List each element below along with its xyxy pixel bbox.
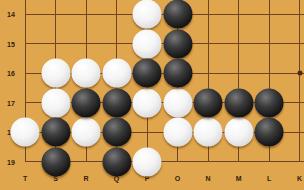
star-point: [297, 71, 302, 76]
stone-white-P17[interactable]: [133, 88, 162, 117]
col-label: T: [23, 175, 27, 182]
col-label: M: [236, 175, 242, 182]
stone-black-O15[interactable]: [163, 29, 192, 58]
stone-black-N17[interactable]: [194, 88, 223, 117]
stone-black-S18[interactable]: [41, 118, 70, 147]
col-label: K: [297, 175, 302, 182]
stone-white-T18[interactable]: [11, 118, 40, 147]
stone-black-M17[interactable]: [224, 88, 253, 117]
stone-black-O14[interactable]: [163, 0, 192, 29]
col-label: N: [206, 175, 211, 182]
row-label: 19: [7, 158, 15, 165]
stone-black-P16[interactable]: [133, 59, 162, 88]
row-label: 17: [7, 99, 15, 106]
stone-white-M18[interactable]: [224, 118, 253, 147]
stone-black-Q18[interactable]: [102, 118, 131, 147]
row-label: 14: [7, 11, 15, 18]
stone-white-R18[interactable]: [72, 118, 101, 147]
stone-black-R17[interactable]: [72, 88, 101, 117]
stone-white-R16[interactable]: [72, 59, 101, 88]
stone-white-S16[interactable]: [41, 59, 70, 88]
stone-white-N18[interactable]: [194, 118, 223, 147]
stone-white-Q16[interactable]: [102, 59, 131, 88]
go-board[interactable]: 141516171819TSRQPONMLK: [0, 0, 304, 190]
row-label: 16: [7, 70, 15, 77]
stone-black-L18[interactable]: [255, 118, 284, 147]
stone-black-L17[interactable]: [255, 88, 284, 117]
stone-black-O16[interactable]: [163, 59, 192, 88]
stone-white-S17[interactable]: [41, 88, 70, 117]
stone-black-Q19[interactable]: [102, 147, 131, 176]
row-label: 15: [7, 40, 15, 47]
stone-white-P14[interactable]: [133, 0, 162, 29]
col-label: L: [267, 175, 271, 182]
stone-white-P15[interactable]: [133, 29, 162, 58]
col-label: O: [175, 175, 180, 182]
stone-white-O17[interactable]: [163, 88, 192, 117]
stone-black-Q17[interactable]: [102, 88, 131, 117]
stone-white-P19[interactable]: [133, 147, 162, 176]
stone-white-O18[interactable]: [163, 118, 192, 147]
grid-line-v: [299, 0, 300, 162]
col-label: R: [84, 175, 89, 182]
stone-black-S19[interactable]: [41, 147, 70, 176]
